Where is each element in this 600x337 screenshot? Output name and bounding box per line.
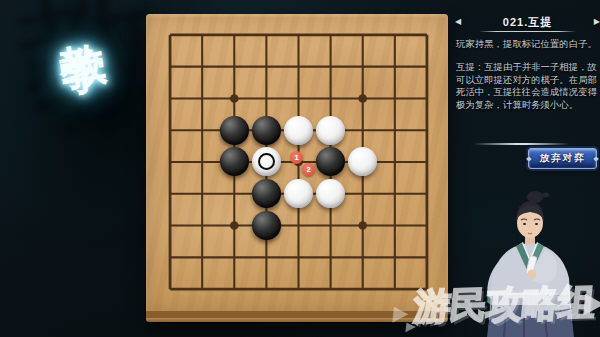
watermark-small-arrow-icon (405, 322, 416, 332)
white-stone (316, 179, 345, 208)
give-up-game-button[interactable]: 放弃对弈 (528, 148, 597, 169)
lesson-title: 021.互提 (503, 15, 552, 30)
stones-layer (154, 19, 443, 305)
button-ornament-right (593, 156, 599, 162)
capture-target-ring-icon (258, 153, 275, 170)
tutor-character-illustration (448, 184, 600, 337)
white-stone (316, 116, 345, 145)
give-up-button-label: 放弃对弈 (540, 152, 586, 165)
black-stone (252, 179, 281, 208)
prev-lesson-button[interactable]: ◀ (455, 14, 461, 30)
next-lesson-button[interactable]: ▶ (594, 14, 600, 30)
black-stone (316, 147, 345, 176)
white-stone (284, 179, 313, 208)
panel-divider (473, 143, 570, 145)
black-stone (252, 116, 281, 145)
tutorial-calligraphy-title: 教学 (52, 4, 99, 19)
game-screen: 教 教学 12 ◀ 021.互提 ▶ 玩家持黑，提取标记位置的白子。 互提：互提… (0, 0, 600, 337)
black-stone (220, 116, 249, 145)
black-stone (252, 211, 281, 240)
lesson-objective: 玩家持黑，提取标记位置的白子。 (456, 38, 597, 51)
board-grid-zone[interactable]: 12 (154, 19, 443, 305)
lesson-explanation: 互提：互提由于并非一子相提，故可以立即提还对方的棋子。在局部死活中，互提往往会造… (456, 61, 597, 112)
white-stone (284, 116, 313, 145)
black-stone (220, 147, 249, 176)
white-stone (348, 147, 377, 176)
button-ornament-left (526, 156, 532, 162)
lesson-header: ◀ 021.互提 ▶ (455, 14, 600, 30)
marked-white-stone (252, 147, 281, 176)
title-underline (479, 31, 576, 32)
go-board[interactable]: 12 (146, 14, 448, 322)
